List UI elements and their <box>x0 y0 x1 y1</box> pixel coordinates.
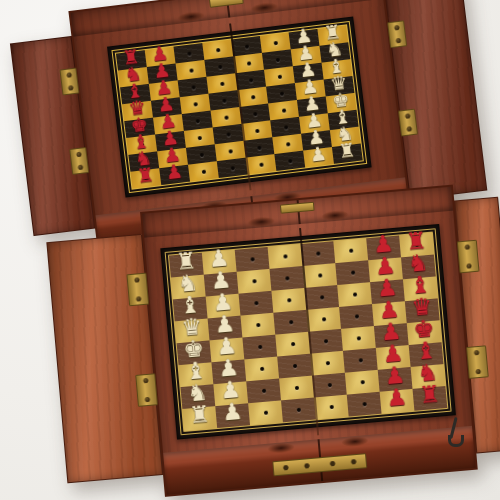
square <box>244 357 279 382</box>
square <box>279 376 314 401</box>
square <box>240 313 275 338</box>
square <box>242 335 277 360</box>
clasp-hook <box>447 417 461 447</box>
square <box>235 247 270 272</box>
chess-piece-white-p: ♟ <box>309 144 328 165</box>
thumb-notch <box>251 2 278 14</box>
box-frame: ♜♟♟♜♞♟♟♞♝♟♟♝♛♟♟♛♚♟♟♚♝♟♟♝♞♟♟♞♜♟♟♜ <box>140 185 478 497</box>
square <box>308 329 343 354</box>
brass-hinge <box>387 20 407 48</box>
square <box>312 373 347 398</box>
square <box>246 154 277 174</box>
square <box>300 241 335 266</box>
photo-scene: ♜♟♟♜♞♟♟♞♝♟♟♝♛♟♟♛♚♟♟♚♝♟♟♝♞♟♟♞♜♟♟♜ <box>0 0 500 500</box>
square <box>337 282 372 307</box>
square <box>188 161 219 181</box>
chess-piece-red-p: ♟ <box>385 385 408 410</box>
square <box>306 307 341 332</box>
board-margin: ♜♟♟♜♞♟♟♞♝♟♟♝♛♟♟♛♚♟♟♚♝♟♟♝♞♟♟♞♜♟♟♜ <box>107 16 372 197</box>
thumb-notch <box>248 216 275 227</box>
square: ♜ <box>130 168 161 188</box>
brass-hinge <box>457 240 480 274</box>
chess-piece-red-r: ♜ <box>418 382 441 407</box>
thumb-notch <box>342 436 369 447</box>
thumb-notch <box>178 11 205 23</box>
square: ♟ <box>303 147 334 167</box>
brass-hinge <box>135 373 158 407</box>
chess-piece-white-r: ♜ <box>337 140 356 161</box>
square <box>304 285 339 310</box>
square <box>268 244 303 269</box>
brass-hinge <box>59 67 79 95</box>
square <box>302 263 337 288</box>
square <box>339 304 374 329</box>
board-well: ♜♟♟♜♞♟♟♞♝♟♟♝♛♟♟♛♚♟♟♚♝♟♟♝♞♟♟♞♜♟♟♜ <box>144 211 472 453</box>
fold-hinge <box>280 202 315 214</box>
square <box>281 398 316 423</box>
square <box>347 392 382 417</box>
square <box>248 400 283 425</box>
board-margin: ♜♟♟♜♞♟♟♞♝♟♟♝♛♟♟♛♚♟♟♚♝♟♟♝♞♟♟♞♜♟♟♜ <box>160 224 456 440</box>
chess-piece-white-r: ♜ <box>188 403 211 428</box>
square <box>333 238 368 263</box>
square <box>343 348 378 373</box>
square <box>271 288 306 313</box>
square <box>273 310 308 335</box>
brass-hinge <box>69 147 89 175</box>
square: ♜ <box>182 406 217 431</box>
square: ♜ <box>412 386 447 411</box>
brass-hinge <box>126 273 149 307</box>
square <box>239 291 274 316</box>
brass-hinge <box>398 109 418 137</box>
square <box>275 332 310 357</box>
square <box>269 266 304 291</box>
square: ♟ <box>215 403 250 428</box>
square: ♟ <box>380 389 415 414</box>
square <box>345 370 380 395</box>
square <box>335 260 370 285</box>
square: ♜ <box>332 144 363 164</box>
square <box>277 354 312 379</box>
brass-hinge <box>466 345 489 379</box>
chess-piece-red-r: ♜ <box>136 165 155 186</box>
chess-piece-red-p: ♟ <box>165 161 184 182</box>
square <box>246 378 281 403</box>
thumb-notch <box>268 442 295 453</box>
thumb-notch <box>322 210 349 221</box>
square <box>341 326 376 351</box>
square <box>310 351 345 376</box>
square: ♟ <box>159 165 190 185</box>
square <box>237 269 272 294</box>
travel-chess-set-bottom: ♜♟♟♜♞♟♟♞♝♟♟♝♛♟♟♛♚♟♟♚♝♟♟♝♞♟♟♞♜♟♟♜ <box>44 181 500 500</box>
chess-piece-white-p: ♟ <box>221 400 244 425</box>
square <box>314 395 349 420</box>
square <box>217 158 248 178</box>
square <box>274 151 305 171</box>
